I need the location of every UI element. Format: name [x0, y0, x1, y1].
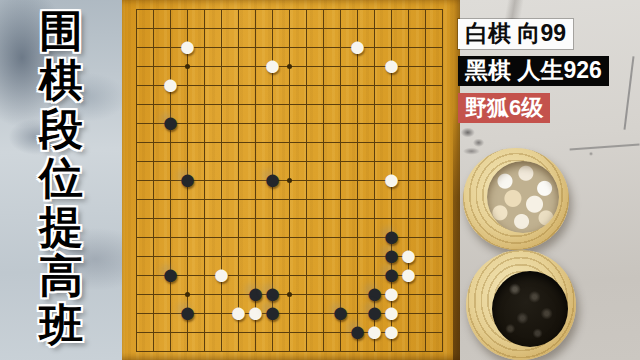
board-cell[interactable] [281, 342, 298, 360]
board-cell[interactable]: ● [264, 57, 281, 76]
board-cell[interactable] [332, 57, 349, 76]
board-cell[interactable] [196, 133, 213, 152]
board-cell[interactable] [315, 266, 332, 285]
board-cell[interactable] [434, 0, 451, 19]
board-cell[interactable] [179, 323, 196, 342]
board-cell[interactable] [332, 228, 349, 247]
board-cell[interactable] [366, 228, 383, 247]
board-cell[interactable] [145, 285, 162, 304]
board-cell[interactable] [315, 247, 332, 266]
board-cell[interactable] [298, 190, 315, 209]
board-cell[interactable] [400, 152, 417, 171]
board-cell[interactable] [366, 342, 383, 360]
board-cell[interactable] [196, 342, 213, 360]
board-cell[interactable] [162, 152, 179, 171]
board-cell[interactable] [383, 19, 400, 38]
board-cell[interactable] [213, 323, 230, 342]
board-cell[interactable] [196, 114, 213, 133]
board-cell[interactable] [434, 38, 451, 57]
board-cell[interactable] [196, 0, 213, 19]
board-cell[interactable] [247, 95, 264, 114]
board-cell[interactable] [145, 342, 162, 360]
board-cell[interactable] [298, 342, 315, 360]
board-cell[interactable] [332, 152, 349, 171]
board-cell[interactable] [247, 0, 264, 19]
board-cell[interactable] [332, 342, 349, 360]
board-cell[interactable] [349, 190, 366, 209]
board-cell[interactable] [162, 228, 179, 247]
board-cell[interactable] [315, 133, 332, 152]
board-cell[interactable] [162, 19, 179, 38]
board-cell[interactable] [400, 209, 417, 228]
board-cell[interactable] [128, 19, 145, 38]
board-cell[interactable] [281, 133, 298, 152]
board-cell[interactable] [179, 76, 196, 95]
board-cell[interactable] [400, 304, 417, 323]
board-cell[interactable] [213, 38, 230, 57]
board-cell[interactable] [145, 190, 162, 209]
board-cell[interactable] [417, 95, 434, 114]
board-cell[interactable] [298, 76, 315, 95]
board-cell[interactable] [128, 152, 145, 171]
board-cell[interactable] [315, 114, 332, 133]
board-cell[interactable] [332, 114, 349, 133]
board-cell[interactable] [383, 190, 400, 209]
board-cell[interactable]: ● [162, 114, 179, 133]
board-cell[interactable] [162, 133, 179, 152]
board-cell[interactable] [315, 19, 332, 38]
board-cell[interactable] [230, 190, 247, 209]
board-cell[interactable] [400, 95, 417, 114]
board-cell[interactable] [298, 38, 315, 57]
board-cell[interactable] [230, 76, 247, 95]
board-cell[interactable] [145, 323, 162, 342]
board-cell[interactable] [145, 0, 162, 19]
board-cell[interactable] [230, 171, 247, 190]
board-cell[interactable] [417, 342, 434, 360]
board-cell[interactable] [230, 133, 247, 152]
board-cell[interactable] [383, 95, 400, 114]
board-cell[interactable] [332, 19, 349, 38]
board-cell[interactable] [281, 209, 298, 228]
board-cell[interactable] [264, 209, 281, 228]
board-cell[interactable] [162, 342, 179, 360]
board-cell[interactable] [213, 95, 230, 114]
board-cell[interactable] [281, 38, 298, 57]
board-cell[interactable] [128, 76, 145, 95]
board-cell[interactable] [417, 266, 434, 285]
board-cell[interactable]: ● [230, 304, 247, 323]
board-cell[interactable] [128, 171, 145, 190]
board-cell[interactable] [434, 247, 451, 266]
board-cell[interactable] [366, 0, 383, 19]
board-cell[interactable] [230, 38, 247, 57]
board-cell[interactable] [383, 114, 400, 133]
board-cell[interactable] [366, 38, 383, 57]
board-cell[interactable] [349, 247, 366, 266]
board-cell[interactable] [315, 209, 332, 228]
board-cell[interactable] [400, 76, 417, 95]
board-cell[interactable] [128, 190, 145, 209]
board-cell[interactable] [400, 114, 417, 133]
board-cell[interactable] [162, 171, 179, 190]
board-cell[interactable] [162, 285, 179, 304]
board-cell[interactable] [264, 76, 281, 95]
board-cell[interactable] [417, 228, 434, 247]
board-cell[interactable] [264, 0, 281, 19]
board-cell[interactable] [145, 171, 162, 190]
board-cell[interactable] [179, 0, 196, 19]
board-cell[interactable] [332, 266, 349, 285]
board-cell[interactable] [145, 304, 162, 323]
board-cell[interactable] [247, 323, 264, 342]
board-cell[interactable] [179, 57, 196, 76]
board-cell[interactable] [264, 133, 281, 152]
board-cell[interactable] [213, 152, 230, 171]
board-cell[interactable] [230, 342, 247, 360]
board-cell[interactable] [179, 95, 196, 114]
board-cell[interactable] [281, 76, 298, 95]
board-cell[interactable] [366, 247, 383, 266]
board-cell[interactable] [298, 323, 315, 342]
board-cell[interactable] [128, 228, 145, 247]
board-cell[interactable] [179, 342, 196, 360]
board-cell[interactable] [281, 247, 298, 266]
board-cell[interactable] [213, 76, 230, 95]
board-cell[interactable] [128, 133, 145, 152]
board-cell[interactable] [434, 209, 451, 228]
board-cell[interactable] [162, 0, 179, 19]
board-cell[interactable] [366, 57, 383, 76]
board-cell[interactable] [196, 266, 213, 285]
board-cell[interactable] [400, 0, 417, 19]
board-cell[interactable] [230, 19, 247, 38]
board-cell[interactable] [332, 95, 349, 114]
board-cell[interactable] [366, 19, 383, 38]
board-cell[interactable]: ● [383, 171, 400, 190]
board-cell[interactable] [332, 38, 349, 57]
board-cell[interactable] [298, 152, 315, 171]
board-cell[interactable] [247, 171, 264, 190]
board-cell[interactable] [213, 190, 230, 209]
board-cell[interactable] [128, 209, 145, 228]
board-cell[interactable] [315, 228, 332, 247]
board-cell[interactable] [128, 285, 145, 304]
board-cell[interactable] [162, 209, 179, 228]
board-cell[interactable] [298, 266, 315, 285]
board-cell[interactable] [196, 95, 213, 114]
board-cell[interactable] [213, 228, 230, 247]
board-cell[interactable] [247, 114, 264, 133]
board-cell[interactable] [247, 19, 264, 38]
board-cell[interactable] [434, 19, 451, 38]
board-cell[interactable] [332, 209, 349, 228]
board-cell[interactable] [145, 76, 162, 95]
board-cell[interactable] [196, 152, 213, 171]
board-cell[interactable] [162, 38, 179, 57]
board-cell[interactable] [366, 133, 383, 152]
board-cell[interactable] [281, 19, 298, 38]
board-cell[interactable] [332, 133, 349, 152]
board-cell[interactable] [349, 95, 366, 114]
board-cell[interactable] [128, 57, 145, 76]
board-cell[interactable] [417, 19, 434, 38]
board-cell[interactable]: ● [264, 171, 281, 190]
board-cell[interactable] [145, 209, 162, 228]
board-cell[interactable] [179, 133, 196, 152]
board-cell[interactable] [434, 285, 451, 304]
board-cell[interactable]: ● [179, 304, 196, 323]
board-cell[interactable] [281, 114, 298, 133]
board-cell[interactable] [281, 95, 298, 114]
board-cell[interactable] [213, 133, 230, 152]
board-cell[interactable] [230, 209, 247, 228]
board-cell[interactable] [417, 247, 434, 266]
board-cell[interactable] [247, 209, 264, 228]
board-cell[interactable] [281, 190, 298, 209]
board-cell[interactable] [315, 76, 332, 95]
board-cell[interactable] [196, 285, 213, 304]
board-cell[interactable] [264, 342, 281, 360]
board-cell[interactable] [298, 304, 315, 323]
board-cell[interactable] [349, 152, 366, 171]
board-cell[interactable] [162, 190, 179, 209]
board-cell[interactable] [417, 304, 434, 323]
board-cell[interactable] [332, 323, 349, 342]
board-cell[interactable] [332, 0, 349, 19]
board-cell[interactable] [349, 209, 366, 228]
board-cell[interactable]: ● [213, 266, 230, 285]
board-cell[interactable] [315, 95, 332, 114]
board-cell[interactable] [315, 304, 332, 323]
board-cell[interactable] [213, 304, 230, 323]
board-cell[interactable] [230, 228, 247, 247]
board-cell[interactable] [247, 133, 264, 152]
board-cell[interactable] [213, 114, 230, 133]
board-cell[interactable] [349, 266, 366, 285]
board-cell[interactable] [179, 114, 196, 133]
board-cell[interactable] [281, 304, 298, 323]
board-cell[interactable] [332, 247, 349, 266]
board-cell[interactable] [196, 190, 213, 209]
board-cell[interactable] [383, 0, 400, 19]
board-cell[interactable] [196, 19, 213, 38]
board-cell[interactable] [315, 0, 332, 19]
board-cell[interactable] [400, 190, 417, 209]
board-cell[interactable] [281, 285, 298, 304]
board-cell[interactable] [196, 247, 213, 266]
board-cell[interactable] [145, 133, 162, 152]
board-cell[interactable] [298, 171, 315, 190]
board-cell[interactable]: ● [162, 266, 179, 285]
board-cell[interactable] [434, 95, 451, 114]
board-cell[interactable] [417, 133, 434, 152]
board-cell[interactable]: ● [366, 323, 383, 342]
board-cell[interactable]: ● [349, 38, 366, 57]
board-cell[interactable]: ● [247, 304, 264, 323]
board-cell[interactable] [332, 190, 349, 209]
board-cell[interactable] [213, 57, 230, 76]
board-cell[interactable] [145, 266, 162, 285]
board-cell[interactable] [145, 57, 162, 76]
board-cell[interactable] [196, 228, 213, 247]
board-cell[interactable] [230, 95, 247, 114]
board-cell[interactable] [230, 152, 247, 171]
board-cell[interactable] [434, 133, 451, 152]
board-cell[interactable]: ● [264, 304, 281, 323]
board-cell[interactable] [230, 57, 247, 76]
board-cell[interactable] [366, 152, 383, 171]
board-cell[interactable] [417, 285, 434, 304]
board-cell[interactable] [298, 247, 315, 266]
board-cell[interactable] [128, 342, 145, 360]
board-cell[interactable] [349, 342, 366, 360]
board-cell[interactable] [179, 209, 196, 228]
board-cell[interactable] [281, 57, 298, 76]
board-cell[interactable] [196, 57, 213, 76]
board-cell[interactable] [400, 285, 417, 304]
board-cell[interactable] [128, 38, 145, 57]
board-cell[interactable]: ● [349, 323, 366, 342]
board-cell[interactable] [247, 247, 264, 266]
board-cell[interactable] [213, 209, 230, 228]
board-cell[interactable] [383, 342, 400, 360]
board-cell[interactable] [417, 190, 434, 209]
board-cell[interactable] [349, 76, 366, 95]
board-cell[interactable] [366, 95, 383, 114]
board-cell[interactable] [400, 133, 417, 152]
board-cell[interactable] [400, 323, 417, 342]
board-cell[interactable] [417, 171, 434, 190]
board-cell[interactable] [383, 133, 400, 152]
board-cell[interactable] [247, 76, 264, 95]
board-cell[interactable] [179, 266, 196, 285]
board-cell[interactable] [213, 171, 230, 190]
board-cell[interactable] [264, 247, 281, 266]
board-cell[interactable] [213, 0, 230, 19]
board-cell[interactable] [366, 114, 383, 133]
board-cell[interactable] [145, 38, 162, 57]
board-cell[interactable] [196, 323, 213, 342]
board-cell[interactable]: ● [179, 38, 196, 57]
board-cell[interactable] [281, 0, 298, 19]
board-cell[interactable] [434, 152, 451, 171]
board-cell[interactable] [281, 266, 298, 285]
board-cell[interactable] [145, 228, 162, 247]
board-cell[interactable] [315, 38, 332, 57]
board-cell[interactable] [196, 209, 213, 228]
board-cell[interactable] [128, 247, 145, 266]
board-cell[interactable] [349, 0, 366, 19]
board-cell[interactable] [434, 76, 451, 95]
board-cell[interactable] [298, 0, 315, 19]
board-cell[interactable]: ● [179, 171, 196, 190]
board-cell[interactable] [128, 323, 145, 342]
board-cell[interactable] [349, 57, 366, 76]
board-cell[interactable]: ● [400, 266, 417, 285]
board-cell[interactable] [281, 323, 298, 342]
board-cell[interactable] [264, 19, 281, 38]
board-cell[interactable] [145, 114, 162, 133]
board-cell[interactable] [366, 76, 383, 95]
board-cell[interactable] [128, 95, 145, 114]
board-cell[interactable] [281, 228, 298, 247]
board-cell[interactable] [332, 76, 349, 95]
board-cell[interactable] [196, 304, 213, 323]
board-cell[interactable] [298, 19, 315, 38]
board-cell[interactable] [179, 247, 196, 266]
board-cell[interactable] [434, 190, 451, 209]
board-cell[interactable] [179, 228, 196, 247]
board-cell[interactable] [264, 190, 281, 209]
board-cell[interactable] [264, 95, 281, 114]
board-cell[interactable] [213, 285, 230, 304]
board-cell[interactable] [281, 171, 298, 190]
board-cell[interactable] [230, 323, 247, 342]
board-cell[interactable] [298, 228, 315, 247]
board-cell[interactable] [417, 323, 434, 342]
board-cell[interactable] [315, 152, 332, 171]
board-cell[interactable] [298, 133, 315, 152]
board-cell[interactable] [434, 228, 451, 247]
board-cell[interactable] [332, 171, 349, 190]
board-cell[interactable] [162, 304, 179, 323]
board-cell[interactable] [417, 152, 434, 171]
board-cell[interactable] [417, 209, 434, 228]
board-cell[interactable] [349, 114, 366, 133]
board-cell[interactable] [128, 304, 145, 323]
board-cell[interactable] [281, 152, 298, 171]
board-cell[interactable] [315, 171, 332, 190]
board-cell[interactable] [145, 247, 162, 266]
board-cell[interactable] [213, 19, 230, 38]
board-cell[interactable] [264, 114, 281, 133]
board-cell[interactable] [247, 38, 264, 57]
board-cell[interactable] [417, 76, 434, 95]
board-cell[interactable] [434, 171, 451, 190]
board-cell[interactable] [315, 285, 332, 304]
board-cell[interactable]: ● [332, 304, 349, 323]
board-cell[interactable] [434, 304, 451, 323]
board-cell[interactable] [230, 247, 247, 266]
board-cell[interactable] [400, 19, 417, 38]
board-cell[interactable] [315, 323, 332, 342]
board-cell[interactable]: ● [383, 323, 400, 342]
board-cell[interactable]: ● [383, 57, 400, 76]
board-cell[interactable] [128, 266, 145, 285]
board-cell[interactable] [417, 0, 434, 19]
board-cell[interactable] [349, 171, 366, 190]
board-cell[interactable] [128, 0, 145, 19]
board-cell[interactable] [213, 342, 230, 360]
board-cell[interactable] [230, 266, 247, 285]
board-cell[interactable] [417, 57, 434, 76]
board-cell[interactable] [162, 323, 179, 342]
board-cell[interactable] [247, 57, 264, 76]
board-cell[interactable] [400, 171, 417, 190]
board-cell[interactable] [349, 228, 366, 247]
board-cell[interactable] [298, 114, 315, 133]
board-cell[interactable] [264, 228, 281, 247]
board-cell[interactable] [315, 190, 332, 209]
board-cell[interactable] [315, 57, 332, 76]
board-cell[interactable] [230, 114, 247, 133]
board-cell[interactable] [400, 342, 417, 360]
board-cell[interactable] [315, 342, 332, 360]
board-cell[interactable] [400, 38, 417, 57]
board-cell[interactable] [264, 323, 281, 342]
board-cell[interactable] [349, 285, 366, 304]
